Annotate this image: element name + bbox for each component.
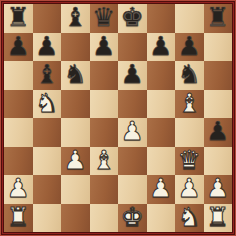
white-bishop[interactable]: ♝: [92, 147, 115, 174]
white-bishop[interactable]: ♝: [178, 90, 201, 117]
square-h5[interactable]: [204, 90, 233, 119]
square-b4[interactable]: [33, 118, 62, 147]
square-h7[interactable]: [204, 33, 233, 62]
square-a3[interactable]: [4, 147, 33, 176]
white-queen[interactable]: ♛: [178, 147, 201, 174]
square-f3[interactable]: [147, 147, 176, 176]
square-a6[interactable]: [4, 61, 33, 90]
square-e4[interactable]: ♟: [118, 118, 147, 147]
black-knight[interactable]: ♞: [64, 61, 87, 88]
black-pawn[interactable]: ♟: [149, 33, 172, 60]
square-f4[interactable]: [147, 118, 176, 147]
square-e5[interactable]: [118, 90, 147, 119]
square-g3[interactable]: ♛: [175, 147, 204, 176]
square-h1[interactable]: ♜: [204, 204, 233, 233]
black-bishop[interactable]: ♝: [64, 4, 87, 31]
black-pawn[interactable]: ♟: [35, 33, 58, 60]
square-g1[interactable]: ♞: [175, 204, 204, 233]
black-rook[interactable]: ♜: [206, 4, 229, 31]
square-g5[interactable]: ♝: [175, 90, 204, 119]
square-h4[interactable]: ♟: [204, 118, 233, 147]
square-a7[interactable]: ♟: [4, 33, 33, 62]
square-d7[interactable]: ♟: [90, 33, 119, 62]
square-a1[interactable]: ♜: [4, 204, 33, 233]
square-c7[interactable]: [61, 33, 90, 62]
square-g4[interactable]: [175, 118, 204, 147]
black-pawn[interactable]: ♟: [178, 33, 201, 60]
black-pawn[interactable]: ♟: [121, 61, 144, 88]
white-pawn[interactable]: ♟: [64, 147, 87, 174]
white-pawn[interactable]: ♟: [121, 118, 144, 145]
square-a5[interactable]: [4, 90, 33, 119]
square-f7[interactable]: ♟: [147, 33, 176, 62]
black-pawn[interactable]: ♟: [92, 33, 115, 60]
square-f5[interactable]: [147, 90, 176, 119]
white-pawn[interactable]: ♟: [7, 175, 30, 202]
white-pawn[interactable]: ♟: [149, 175, 172, 202]
square-b7[interactable]: ♟: [33, 33, 62, 62]
black-knight[interactable]: ♞: [178, 61, 201, 88]
black-pawn[interactable]: ♟: [206, 118, 229, 145]
square-c6[interactable]: ♞: [61, 61, 90, 90]
square-c5[interactable]: [61, 90, 90, 119]
square-f8[interactable]: [147, 4, 176, 33]
square-b2[interactable]: [33, 175, 62, 204]
square-b6[interactable]: ♝: [33, 61, 62, 90]
square-h8[interactable]: ♜: [204, 4, 233, 33]
square-d1[interactable]: [90, 204, 119, 233]
square-g2[interactable]: ♟: [175, 175, 204, 204]
square-c1[interactable]: [61, 204, 90, 233]
chess-board: ♜♝♛♚♜♟♟♟♟♟♝♞♟♞♞♝♟♟♟♝♛♟♟♟♟♜♚♞♜: [4, 4, 232, 232]
black-bishop[interactable]: ♝: [35, 61, 58, 88]
square-g6[interactable]: ♞: [175, 61, 204, 90]
white-pawn[interactable]: ♟: [206, 175, 229, 202]
square-d8[interactable]: ♛: [90, 4, 119, 33]
square-a4[interactable]: [4, 118, 33, 147]
square-h3[interactable]: [204, 147, 233, 176]
white-pawn[interactable]: ♟: [178, 175, 201, 202]
black-rook[interactable]: ♜: [7, 4, 30, 31]
board-frame: ♜♝♛♚♜♟♟♟♟♟♝♞♟♞♞♝♟♟♟♝♛♟♟♟♟♜♚♞♜: [0, 0, 236, 236]
white-knight[interactable]: ♞: [178, 204, 201, 231]
square-c2[interactable]: [61, 175, 90, 204]
square-d3[interactable]: ♝: [90, 147, 119, 176]
square-e2[interactable]: [118, 175, 147, 204]
square-b3[interactable]: [33, 147, 62, 176]
square-e3[interactable]: [118, 147, 147, 176]
square-g7[interactable]: ♟: [175, 33, 204, 62]
black-king[interactable]: ♚: [121, 4, 144, 31]
white-knight[interactable]: ♞: [35, 90, 58, 117]
square-c3[interactable]: ♟: [61, 147, 90, 176]
white-rook[interactable]: ♜: [206, 204, 229, 231]
square-d2[interactable]: [90, 175, 119, 204]
square-e1[interactable]: ♚: [118, 204, 147, 233]
square-b5[interactable]: ♞: [33, 90, 62, 119]
square-c4[interactable]: [61, 118, 90, 147]
square-a8[interactable]: ♜: [4, 4, 33, 33]
square-a2[interactable]: ♟: [4, 175, 33, 204]
square-h2[interactable]: ♟: [204, 175, 233, 204]
square-d4[interactable]: [90, 118, 119, 147]
square-d6[interactable]: [90, 61, 119, 90]
square-b1[interactable]: [33, 204, 62, 233]
square-h6[interactable]: [204, 61, 233, 90]
white-rook[interactable]: ♜: [7, 204, 30, 231]
square-e6[interactable]: ♟: [118, 61, 147, 90]
square-f2[interactable]: ♟: [147, 175, 176, 204]
square-c8[interactable]: ♝: [61, 4, 90, 33]
black-pawn[interactable]: ♟: [7, 33, 30, 60]
square-f1[interactable]: [147, 204, 176, 233]
square-e7[interactable]: [118, 33, 147, 62]
square-g8[interactable]: [175, 4, 204, 33]
square-b8[interactable]: [33, 4, 62, 33]
square-f6[interactable]: [147, 61, 176, 90]
black-queen[interactable]: ♛: [92, 4, 115, 31]
white-king[interactable]: ♚: [121, 204, 144, 231]
square-d5[interactable]: [90, 90, 119, 119]
square-e8[interactable]: ♚: [118, 4, 147, 33]
